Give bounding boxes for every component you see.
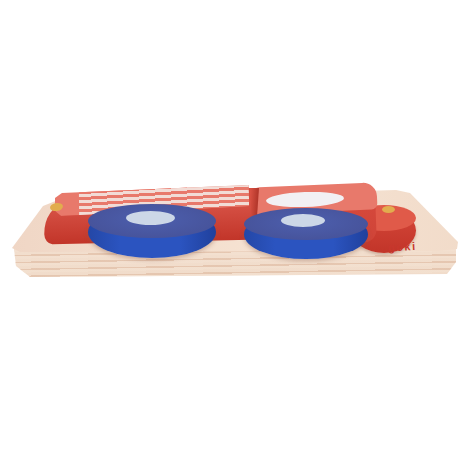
product-photo: goki	[0, 0, 465, 465]
front-wheel-hub	[126, 211, 175, 225]
yellow-peg-right	[382, 206, 395, 213]
goki-logo: goki	[388, 239, 441, 256]
rear-wheel-hub	[281, 214, 325, 227]
